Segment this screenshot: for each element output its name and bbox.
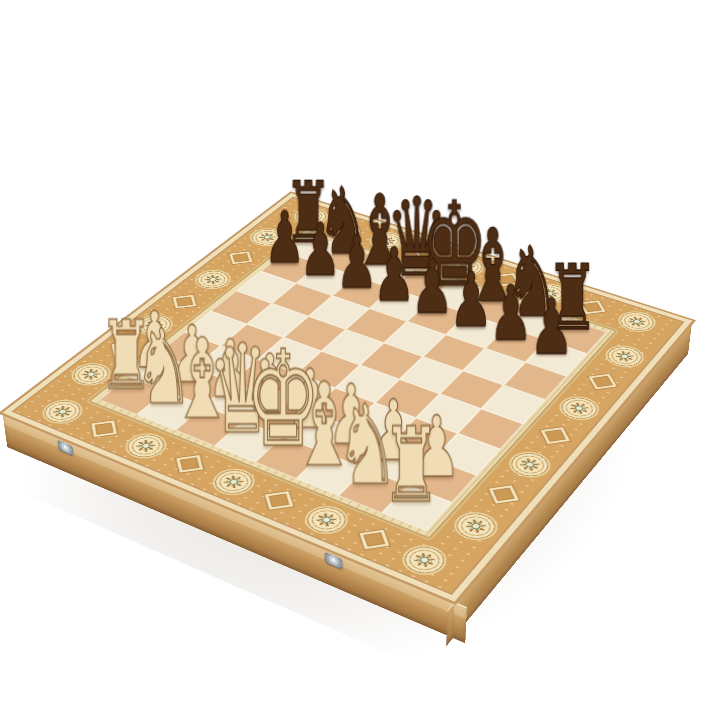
metal-clasp[interactable] <box>57 440 73 456</box>
rosette-ornament <box>208 466 260 498</box>
rosette-ornament <box>120 431 171 462</box>
rosette-ornament <box>602 343 647 370</box>
rosette-ornament <box>38 397 88 426</box>
rosette-ornament <box>191 268 235 292</box>
lozenge-ornament <box>265 491 294 510</box>
piece-white-rook[interactable]: ♜ <box>356 416 466 514</box>
lozenge-ornament <box>414 247 439 260</box>
rosette-ornament <box>300 503 353 537</box>
lozenge-ornament <box>588 374 617 390</box>
chess-board: ♜♞♝♛♚♝♞♜♟♟♟♟♟♟♟♟♟♟♟♟♟♟♟♟♜♞♝♛♚♝♞♜ <box>2 193 692 602</box>
scene: ♜♞♝♛♚♝♞♜♟♟♟♟♟♟♟♟♟♟♟♟♟♟♟♟♜♞♝♛♚♝♞♜ <box>0 0 720 720</box>
square-h1[interactable]: ♜ <box>382 485 452 530</box>
rosette-ornament <box>556 394 603 423</box>
metal-clasp[interactable] <box>325 552 342 570</box>
lozenge-ornament <box>337 222 360 234</box>
rosette-ornament <box>505 449 555 481</box>
square-h7[interactable]: ♟ <box>525 340 587 376</box>
lozenge-ornament <box>489 485 519 504</box>
lozenge-ornament <box>176 455 203 473</box>
lozenge-ornament <box>541 427 570 444</box>
lozenge-ornament <box>359 530 389 550</box>
lozenge-ornament <box>91 420 117 437</box>
